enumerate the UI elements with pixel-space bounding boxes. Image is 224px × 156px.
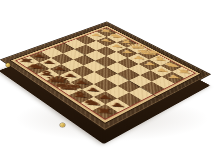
chess-set-photo: ♜♞♝♛♚♝♞♜♟♟♟♟♟♟♟♟♟♟♟♟♟♟♟♟♜♞♝♛♚♝♞♜ bbox=[0, 0, 224, 156]
board-3d-scene: ♜♞♝♛♚♝♞♜♟♟♟♟♟♟♟♟♟♟♟♟♟♟♟♟♜♞♝♛♚♝♞♜ bbox=[25, 0, 188, 148]
white-pawn-icon: ♟ bbox=[142, 61, 158, 66]
white-pawn-icon: ♟ bbox=[109, 44, 124, 49]
brass-hinge-icon bbox=[6, 63, 10, 67]
white-pawn-icon: ♟ bbox=[130, 55, 146, 60]
white-pawn-icon: ♟ bbox=[89, 33, 104, 37]
white-pawn-icon: ♟ bbox=[99, 38, 114, 43]
white-pawn-icon: ♟ bbox=[119, 49, 135, 54]
brass-hinge-icon bbox=[60, 123, 65, 127]
